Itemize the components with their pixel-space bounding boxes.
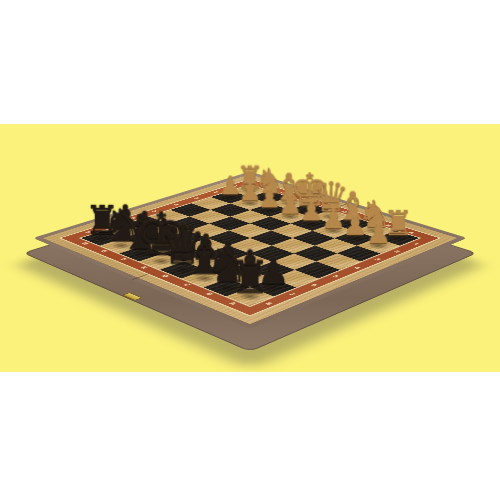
black-rook-glyph: ♜ xyxy=(205,254,295,299)
coord-label-2: 2 xyxy=(390,249,403,254)
coord-label-3: 3 xyxy=(371,257,384,262)
product-photo-page: HH11GG22FF33EE44DD55CC66BB77AA88 ♜♞♝♛♚♝♞… xyxy=(0,0,500,500)
chess-board: HH11GG22FF33EE44DD55CC66BB77AA88 ♜♞♝♛♚♝♞… xyxy=(34,185,467,346)
chess-set-photo: HH11GG22FF33EE44DD55CC66BB77AA88 ♜♞♝♛♚♝♞… xyxy=(0,0,500,500)
white-pawn-glyph: ♟ xyxy=(338,219,420,248)
